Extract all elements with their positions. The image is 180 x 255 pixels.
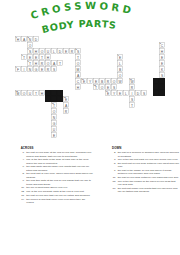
- clue-number: 13.: [21, 194, 25, 197]
- clue-text: the part of your face that you use for e…: [26, 194, 93, 197]
- cell-number: 7: [118, 54, 119, 56]
- grid-cell: H: [75, 84, 81, 90]
- cell-letter: W: [117, 80, 122, 84]
- down-clues-section: DOWN 2.the part of a person's or animal'…: [112, 146, 179, 194]
- cell-letter: U: [27, 92, 32, 96]
- clue-number: 9.: [21, 179, 25, 185]
- cell-letter: N: [27, 68, 32, 72]
- cell-letter: R: [69, 50, 74, 54]
- cell-number: 12: [94, 84, 96, 86]
- cell-letter: D: [57, 50, 62, 54]
- clue-number: 14.: [21, 197, 25, 203]
- clue-item: 5.the front part of your body between yo…: [112, 162, 179, 168]
- cell-number: 9: [16, 66, 17, 68]
- across-heading: ACROSS: [21, 146, 94, 149]
- grid-cell: D: [33, 36, 39, 42]
- down-clue-list: 2.the part of a person's or animal's fac…: [112, 151, 179, 193]
- clue-text: one of the two parts of the body at each…: [26, 158, 93, 164]
- clue-number: 7.: [112, 169, 116, 175]
- clue-item: 12.one of the five separate parts at the…: [21, 190, 94, 193]
- cell-letter: R: [63, 110, 68, 114]
- clue-number: 4.: [21, 158, 25, 164]
- clue-number: 2.: [112, 151, 116, 157]
- cell-letter: O: [99, 86, 104, 90]
- cell-letter: E: [39, 68, 44, 72]
- grid-cell: S: [141, 90, 147, 96]
- clue-number: 10.: [21, 186, 25, 189]
- clue-text: the long thin parts at the end of your h…: [26, 179, 93, 185]
- clue-number: 12.: [21, 190, 25, 193]
- clue-item: 14.the pieces of skin that cover your ey…: [21, 197, 94, 203]
- worksheet-page: CROSSWORD BODY PARTS H1AN2DOC3S4HOULDERS…: [0, 0, 180, 255]
- clue-text: one of the two soft parts on your face b…: [118, 158, 180, 161]
- clue-number: 3.: [112, 158, 116, 161]
- grid-cell: E: [51, 132, 57, 138]
- clue-text: the line of short hairs above your eye.: [26, 186, 93, 189]
- clue-text: the front part of your neck, where food …: [26, 172, 93, 178]
- cell-number: 3: [160, 42, 161, 44]
- cell-letter: O: [21, 92, 26, 96]
- cell-number: 10: [82, 78, 84, 80]
- clue-number: 15.: [112, 180, 116, 186]
- clue-item: 7.the part in the middle of your arm whe…: [112, 169, 179, 175]
- cell-letter: T: [33, 92, 38, 96]
- clue-number: 1.: [21, 151, 25, 157]
- cell-letter: E: [117, 92, 122, 96]
- clue-text: the pieces of skin that cover your eyes …: [26, 197, 93, 203]
- grid-cell: T: [57, 60, 63, 66]
- grid-cell: S: [51, 66, 57, 72]
- cell-number: 14: [106, 90, 108, 92]
- clue-item: 9.the long thin parts at the end of your…: [21, 179, 94, 185]
- across-clues-section: ACROSS 1.the part of your body at the en…: [21, 146, 94, 204]
- cell-letter: L: [51, 50, 56, 54]
- cell-letter: G: [33, 68, 38, 72]
- clue-text: the part of a person's or animal's face …: [118, 151, 180, 157]
- cell-number: 1: [16, 36, 17, 38]
- clue-item: 3.one of the two soft parts on your face…: [112, 158, 179, 161]
- down-heading: DOWN: [112, 146, 179, 149]
- cell-letter: D: [33, 38, 38, 42]
- cell-letter: L: [123, 92, 128, 96]
- grid-cell: W: [117, 78, 123, 84]
- clue-item: 4.one of the two parts of the body at ea…: [21, 158, 94, 164]
- cell-letter: Y: [87, 80, 92, 84]
- cell-number: 2: [28, 36, 29, 38]
- cell-number: 6: [22, 54, 23, 56]
- clue-item: 10.the line of short hairs above your ey…: [21, 186, 94, 189]
- clue-number: 5.: [112, 162, 116, 168]
- cell-number: 15: [64, 96, 66, 98]
- cell-letter: H: [39, 92, 44, 96]
- clue-text: the soft part inside your mouth that you…: [118, 187, 180, 193]
- cell-number: 4: [28, 48, 29, 50]
- clue-text: the front part of your body between your…: [118, 162, 180, 168]
- clue-item: 2.the part of a person's or animal's fac…: [112, 151, 179, 157]
- crossword-grid: H1AN2DOC3S4HOULDERS5HT6EETHTE7ET8HROATOL…: [0, 0, 180, 255]
- cell-letter: D: [135, 92, 140, 96]
- clue-text: the hard white objects inside your mouth…: [26, 165, 93, 171]
- grid-cell: T: [129, 102, 135, 108]
- grid-cell: R: [63, 108, 69, 114]
- cell-letter: S: [51, 68, 56, 72]
- cell-number: 11: [130, 78, 132, 80]
- clue-number: 8.: [21, 172, 25, 178]
- clue-text: the part of your body between your hand …: [118, 176, 180, 179]
- cell-letter: T: [129, 104, 134, 108]
- clue-item: 8.the front part of your neck, where foo…: [21, 172, 94, 178]
- cell-number: 8: [28, 60, 29, 62]
- clue-item: 11.the part of your body between your ha…: [112, 176, 179, 179]
- clue-item: 13.the part of your face that you use fo…: [21, 194, 94, 197]
- across-clue-list: 1.the part of your body at the end of yo…: [21, 151, 94, 204]
- clue-text: one of the two organs on the sides of yo…: [118, 180, 180, 186]
- clue-text: one of the five separate parts at the en…: [26, 190, 93, 193]
- clue-item: 15.one of the two organs on the sides of…: [112, 180, 179, 186]
- clue-number: 16.: [112, 187, 116, 193]
- cell-number: 16: [52, 102, 54, 104]
- clue-item: 16.the soft part inside your mouth that …: [112, 187, 179, 193]
- clue-number: 11.: [112, 176, 116, 179]
- cell-letter: E: [51, 134, 56, 138]
- cell-number: 13: [16, 90, 18, 92]
- clue-item: 6.the hard white objects inside your mou…: [21, 165, 94, 171]
- cell-number: 5: [76, 48, 77, 50]
- cell-letter: R: [45, 68, 50, 72]
- clue-text: the part in the middle of your arm where…: [118, 169, 180, 175]
- cell-letter: H: [75, 86, 80, 90]
- cell-letter: T: [57, 62, 62, 66]
- clue-text: the part of your body at the end of your…: [26, 151, 93, 157]
- cell-letter: I: [21, 68, 26, 72]
- clue-number: 6.: [21, 165, 25, 171]
- clue-item: 1.the part of your body at the end of yo…: [21, 151, 94, 157]
- cell-letter: E: [63, 50, 68, 54]
- black-cell: [159, 90, 165, 96]
- cell-letter: S: [141, 92, 146, 96]
- cell-letter: A: [21, 38, 26, 42]
- cell-letter: Y: [111, 92, 116, 96]
